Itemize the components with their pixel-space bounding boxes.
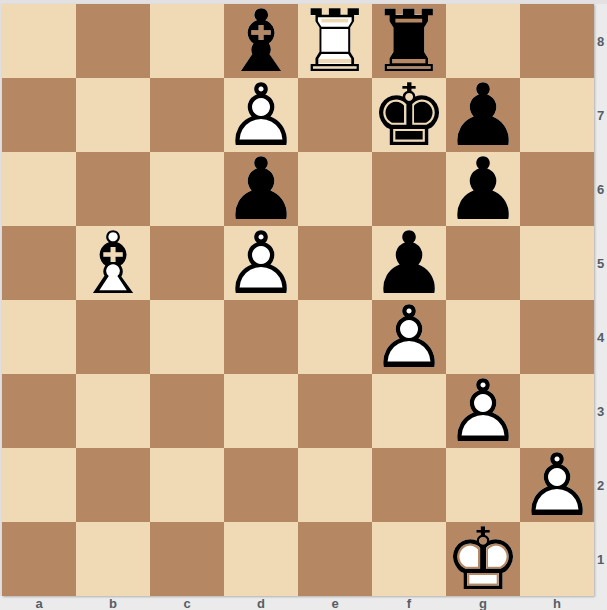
square-a1[interactable] xyxy=(2,522,76,596)
square-f4[interactable]: ♟♙ xyxy=(372,300,446,374)
black-pawn[interactable]: ♙♟ xyxy=(446,78,520,152)
square-d4[interactable] xyxy=(224,300,298,374)
square-c2[interactable] xyxy=(150,448,224,522)
square-h5[interactable] xyxy=(520,226,594,300)
white-pawn[interactable]: ♟♙ xyxy=(372,300,446,374)
square-e7[interactable] xyxy=(298,78,372,152)
square-h2[interactable]: ♟♙ xyxy=(520,448,594,522)
square-b8[interactable] xyxy=(76,4,150,78)
piece-glyph-fill: ♝ xyxy=(76,226,150,300)
square-b2[interactable] xyxy=(76,448,150,522)
piece-glyph-outline: ♙ xyxy=(372,300,446,374)
white-bishop[interactable]: ♝♗ xyxy=(76,226,150,300)
square-c3[interactable] xyxy=(150,374,224,448)
square-f1[interactable] xyxy=(372,522,446,596)
square-g2[interactable] xyxy=(446,448,520,522)
white-pawn[interactable]: ♟♙ xyxy=(224,78,298,152)
square-d5[interactable]: ♟♙ xyxy=(224,226,298,300)
piece-glyph-outline: ♙ xyxy=(520,448,594,522)
square-e4[interactable] xyxy=(298,300,372,374)
file-label-a: a xyxy=(2,596,76,610)
piece-glyph-fill: ♙ xyxy=(372,226,446,300)
rank-label-5: 5 xyxy=(594,226,607,300)
white-pawn[interactable]: ♟♙ xyxy=(520,448,594,522)
square-h6[interactable] xyxy=(520,152,594,226)
black-pawn[interactable]: ♙♟ xyxy=(224,152,298,226)
square-f8[interactable]: ♖♜ xyxy=(372,4,446,78)
square-h7[interactable] xyxy=(520,78,594,152)
file-label-b: b xyxy=(76,596,150,610)
piece-glyph-fill: ♟ xyxy=(224,226,298,300)
file-label-h: h xyxy=(520,596,594,610)
black-king[interactable]: ♔♚ xyxy=(372,78,446,152)
piece-glyph-fill: ♙ xyxy=(446,78,520,152)
square-b5[interactable]: ♝♗ xyxy=(76,226,150,300)
square-e8[interactable]: ♜♖ xyxy=(298,4,372,78)
square-e1[interactable] xyxy=(298,522,372,596)
square-e6[interactable] xyxy=(298,152,372,226)
black-pawn[interactable]: ♙♟ xyxy=(446,152,520,226)
piece-glyph-outline: ♟ xyxy=(446,78,520,152)
square-c5[interactable] xyxy=(150,226,224,300)
square-a4[interactable] xyxy=(2,300,76,374)
square-g5[interactable] xyxy=(446,226,520,300)
square-d3[interactable] xyxy=(224,374,298,448)
square-c6[interactable] xyxy=(150,152,224,226)
rank-label-4: 4 xyxy=(594,300,607,374)
square-a5[interactable] xyxy=(2,226,76,300)
square-g1[interactable]: ♚♔ xyxy=(446,522,520,596)
piece-glyph-fill: ♟ xyxy=(446,374,520,448)
rank-label-7: 7 xyxy=(594,78,607,152)
file-label-g: g xyxy=(446,596,520,610)
square-b7[interactable] xyxy=(76,78,150,152)
square-f3[interactable] xyxy=(372,374,446,448)
white-pawn[interactable]: ♟♙ xyxy=(446,374,520,448)
piece-glyph-outline: ♗ xyxy=(76,226,150,300)
square-h3[interactable] xyxy=(520,374,594,448)
piece-glyph-fill: ♜ xyxy=(298,4,372,78)
piece-glyph-fill: ♟ xyxy=(224,78,298,152)
piece-glyph-fill: ♚ xyxy=(446,522,520,596)
square-g8[interactable] xyxy=(446,4,520,78)
square-d7[interactable]: ♟♙ xyxy=(224,78,298,152)
square-g7[interactable]: ♙♟ xyxy=(446,78,520,152)
square-d6[interactable]: ♙♟ xyxy=(224,152,298,226)
square-b1[interactable] xyxy=(76,522,150,596)
piece-glyph-outline: ♝ xyxy=(224,4,298,78)
piece-glyph-outline: ♟ xyxy=(446,152,520,226)
piece-glyph-outline: ♜ xyxy=(372,4,446,78)
square-f2[interactable] xyxy=(372,448,446,522)
square-f6[interactable] xyxy=(372,152,446,226)
piece-glyph-outline: ♔ xyxy=(446,522,520,596)
square-g6[interactable]: ♙♟ xyxy=(446,152,520,226)
square-h1[interactable] xyxy=(520,522,594,596)
piece-glyph-fill: ♖ xyxy=(372,4,446,78)
square-f7[interactable]: ♔♚ xyxy=(372,78,446,152)
square-e2[interactable] xyxy=(298,448,372,522)
piece-glyph-fill: ♔ xyxy=(372,78,446,152)
square-h4[interactable] xyxy=(520,300,594,374)
piece-glyph-outline: ♚ xyxy=(372,78,446,152)
white-rook[interactable]: ♜♖ xyxy=(298,4,372,78)
file-label-f: f xyxy=(372,596,446,610)
piece-glyph-outline: ♙ xyxy=(224,78,298,152)
black-rook[interactable]: ♖♜ xyxy=(372,4,446,78)
chess-board-window: ♗♝♜♖♖♜♟♙♔♚♙♟♙♟♙♟♝♗♟♙♙♟♟♙♟♙♟♙♚♔ abcdefgh8… xyxy=(0,0,607,610)
square-a6[interactable] xyxy=(2,152,76,226)
square-b4[interactable] xyxy=(76,300,150,374)
black-bishop[interactable]: ♗♝ xyxy=(224,4,298,78)
piece-glyph-outline: ♖ xyxy=(298,4,372,78)
rank-label-1: 1 xyxy=(594,522,607,596)
square-a7[interactable] xyxy=(2,78,76,152)
file-label-d: d xyxy=(224,596,298,610)
rank-label-3: 3 xyxy=(594,374,607,448)
square-e3[interactable] xyxy=(298,374,372,448)
square-e5[interactable] xyxy=(298,226,372,300)
square-f5[interactable]: ♙♟ xyxy=(372,226,446,300)
piece-glyph-outline: ♟ xyxy=(372,226,446,300)
piece-glyph-fill: ♙ xyxy=(446,152,520,226)
square-d2[interactable] xyxy=(224,448,298,522)
rank-label-8: 8 xyxy=(594,4,607,78)
square-c8[interactable] xyxy=(150,4,224,78)
square-d1[interactable] xyxy=(224,522,298,596)
chess-board: ♗♝♜♖♖♜♟♙♔♚♙♟♙♟♙♟♝♗♟♙♙♟♟♙♟♙♟♙♚♔ xyxy=(2,4,594,596)
rank-label-2: 2 xyxy=(594,448,607,522)
square-h8[interactable] xyxy=(520,4,594,78)
white-king[interactable]: ♚♔ xyxy=(446,522,520,596)
square-b3[interactable] xyxy=(76,374,150,448)
square-a3[interactable] xyxy=(2,374,76,448)
white-pawn[interactable]: ♟♙ xyxy=(224,226,298,300)
square-c4[interactable] xyxy=(150,300,224,374)
piece-glyph-fill: ♟ xyxy=(372,300,446,374)
square-d8[interactable]: ♗♝ xyxy=(224,4,298,78)
square-a2[interactable] xyxy=(2,448,76,522)
square-b6[interactable] xyxy=(76,152,150,226)
piece-glyph-fill: ♗ xyxy=(224,4,298,78)
piece-glyph-outline: ♟ xyxy=(224,152,298,226)
piece-glyph-fill: ♟ xyxy=(520,448,594,522)
rank-label-6: 6 xyxy=(594,152,607,226)
piece-glyph-fill: ♙ xyxy=(224,152,298,226)
square-c1[interactable] xyxy=(150,522,224,596)
piece-glyph-outline: ♙ xyxy=(224,226,298,300)
black-pawn[interactable]: ♙♟ xyxy=(372,226,446,300)
piece-glyph-outline: ♙ xyxy=(446,374,520,448)
file-label-e: e xyxy=(298,596,372,610)
file-label-c: c xyxy=(150,596,224,610)
square-c7[interactable] xyxy=(150,78,224,152)
square-g4[interactable] xyxy=(446,300,520,374)
square-a8[interactable] xyxy=(2,4,76,78)
square-g3[interactable]: ♟♙ xyxy=(446,374,520,448)
